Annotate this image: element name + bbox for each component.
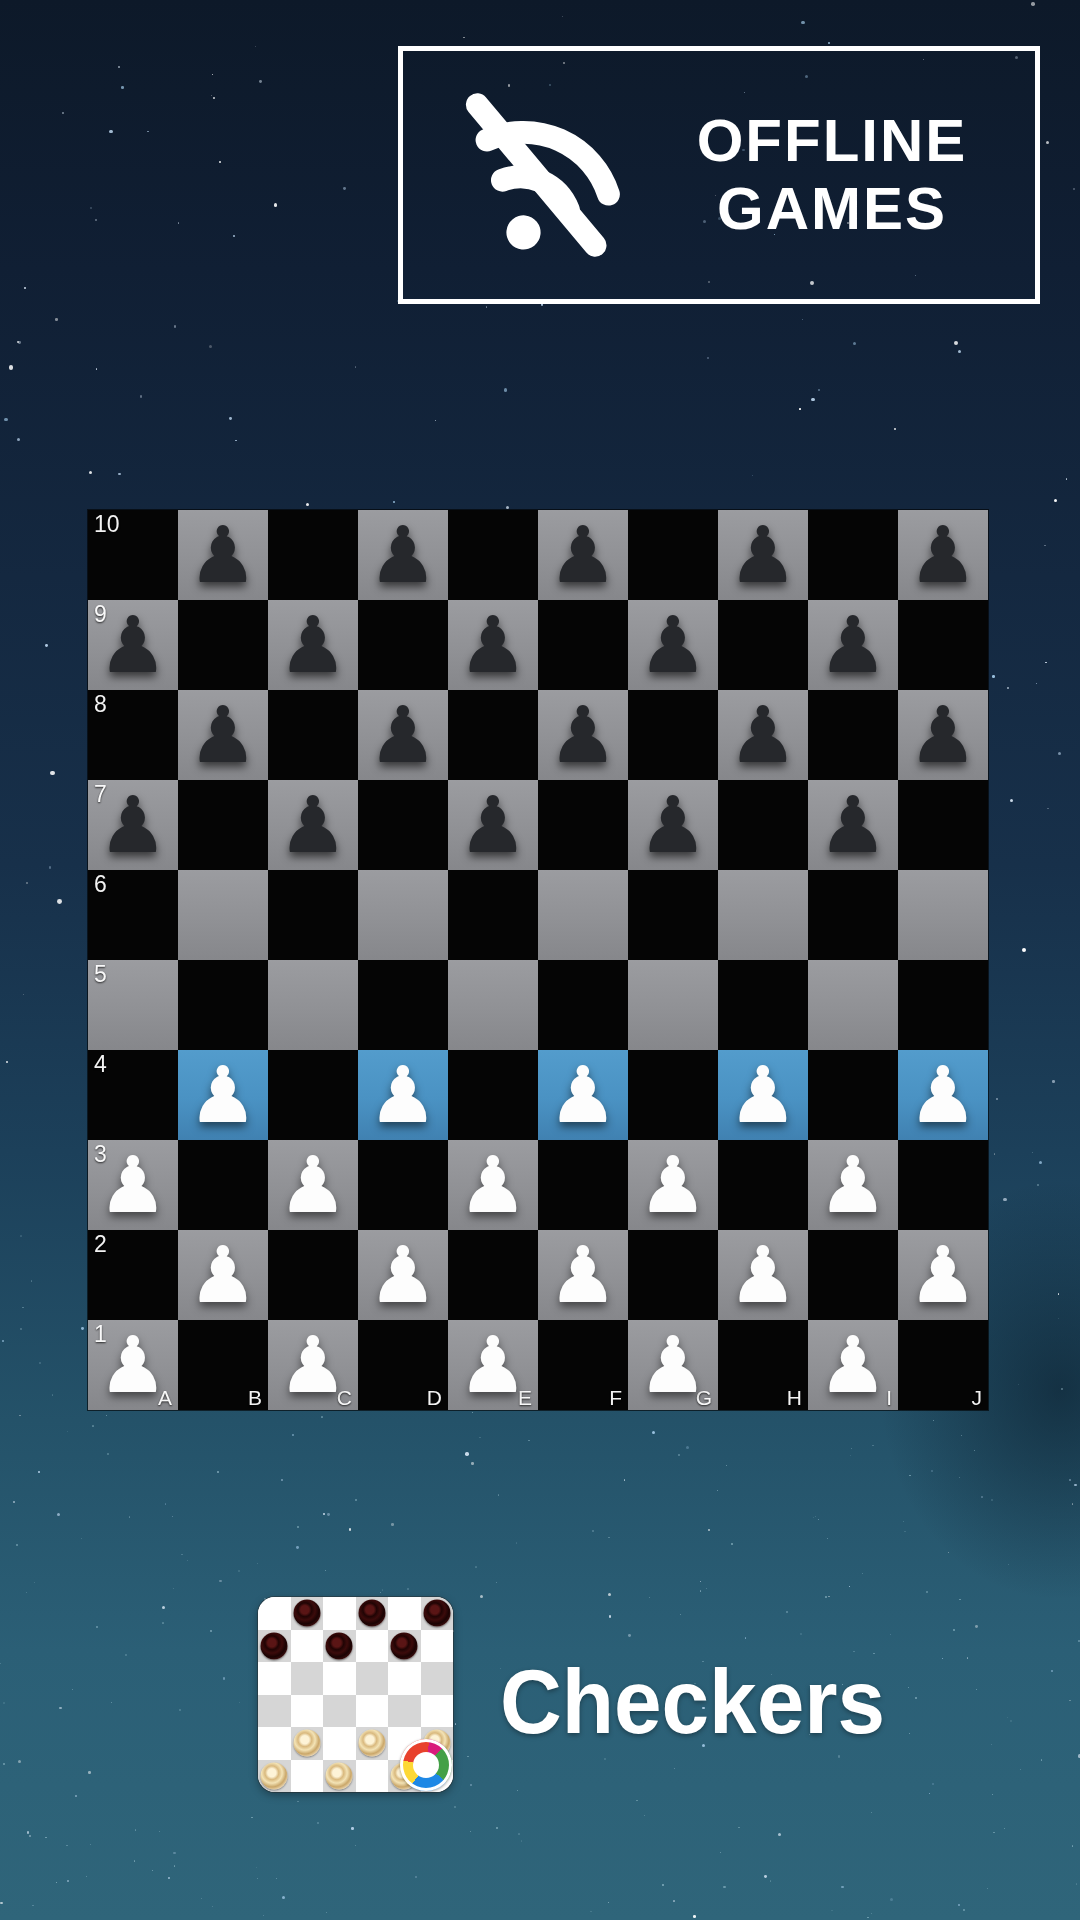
square-F3[interactable] bbox=[538, 1140, 628, 1230]
developer-ring-logo bbox=[400, 1739, 452, 1791]
square-G5[interactable] bbox=[628, 960, 718, 1050]
star bbox=[296, 1546, 299, 1549]
square-C1[interactable]: C♟ bbox=[268, 1320, 358, 1410]
star bbox=[708, 1529, 710, 1531]
checkers-app-icon[interactable] bbox=[258, 1597, 453, 1792]
star bbox=[467, 1756, 469, 1758]
white-man-J2: ♟ bbox=[908, 1230, 978, 1320]
square-A6[interactable]: 6 bbox=[88, 870, 178, 960]
square-H10[interactable]: ♟ bbox=[718, 510, 808, 600]
star bbox=[516, 1542, 517, 1543]
icon-square bbox=[323, 1727, 356, 1760]
star bbox=[871, 1812, 872, 1813]
square-I3[interactable]: ♟ bbox=[808, 1140, 898, 1230]
icon-square bbox=[421, 1630, 454, 1663]
star bbox=[281, 1479, 283, 1481]
square-J4[interactable]: ♟ bbox=[898, 1050, 988, 1140]
black-man-E7: ♟ bbox=[458, 780, 528, 870]
star bbox=[745, 1637, 747, 1639]
star bbox=[1058, 752, 1061, 755]
square-C6[interactable] bbox=[268, 870, 358, 960]
icon-square bbox=[291, 1760, 324, 1793]
white-man-G3: ♟ bbox=[638, 1140, 708, 1230]
icon-square bbox=[258, 1760, 291, 1793]
star bbox=[850, 1455, 851, 1456]
star bbox=[26, 882, 28, 884]
star bbox=[811, 398, 814, 401]
star bbox=[851, 1448, 852, 1449]
star bbox=[50, 771, 55, 776]
square-J2[interactable]: ♟ bbox=[898, 1230, 988, 1320]
icon-square bbox=[258, 1662, 291, 1695]
star bbox=[256, 1867, 257, 1868]
square-C8[interactable] bbox=[268, 690, 358, 780]
square-H6[interactable] bbox=[718, 870, 808, 960]
star bbox=[351, 1827, 354, 1830]
star bbox=[209, 345, 212, 348]
rank-label-8: 8 bbox=[94, 691, 107, 718]
star bbox=[29, 1835, 31, 1837]
rank-label-5: 5 bbox=[94, 961, 107, 988]
star bbox=[24, 287, 26, 289]
square-F7[interactable] bbox=[538, 780, 628, 870]
star bbox=[178, 222, 180, 224]
star bbox=[257, 1878, 258, 1879]
wifi-off-icon bbox=[445, 80, 635, 270]
star bbox=[95, 219, 97, 221]
star bbox=[106, 1415, 107, 1416]
square-E9[interactable]: ♟ bbox=[448, 600, 538, 690]
square-B10[interactable]: ♟ bbox=[178, 510, 268, 600]
star bbox=[707, 357, 709, 359]
star bbox=[213, 97, 215, 99]
star bbox=[967, 1657, 968, 1658]
star bbox=[111, 1702, 112, 1703]
square-D8[interactable]: ♟ bbox=[358, 690, 448, 780]
star bbox=[159, 1831, 160, 1832]
icon-square bbox=[323, 1662, 356, 1695]
star bbox=[251, 1817, 253, 1819]
square-B5[interactable] bbox=[178, 960, 268, 1050]
file-label-F: F bbox=[609, 1386, 622, 1410]
square-E3[interactable]: ♟ bbox=[448, 1140, 538, 1230]
star bbox=[996, 1098, 999, 1101]
star bbox=[470, 1784, 472, 1786]
star bbox=[801, 21, 804, 24]
star bbox=[81, 1538, 82, 1539]
star bbox=[480, 1595, 483, 1598]
checkers-board: 10♟♟♟♟♟9♟♟♟♟♟8♟♟♟♟♟7♟♟♟♟♟654♟♟♟♟♟3♟♟♟♟♟2… bbox=[88, 510, 988, 1410]
icon-cream-checker bbox=[358, 1730, 385, 1757]
square-E1[interactable]: E♟ bbox=[448, 1320, 538, 1410]
square-D2[interactable]: ♟ bbox=[358, 1230, 448, 1320]
star bbox=[162, 1606, 165, 1609]
black-man-G9: ♟ bbox=[638, 600, 708, 690]
star bbox=[942, 1658, 943, 1659]
star bbox=[915, 1697, 917, 1699]
square-B3[interactable] bbox=[178, 1140, 268, 1230]
square-B8[interactable]: ♟ bbox=[178, 690, 268, 780]
star bbox=[628, 1634, 631, 1637]
star bbox=[867, 1917, 869, 1919]
star bbox=[674, 1768, 675, 1769]
star bbox=[909, 1733, 911, 1735]
star bbox=[1039, 1161, 1042, 1164]
star bbox=[1051, 1670, 1053, 1672]
black-man-J10: ♟ bbox=[908, 510, 978, 600]
square-J3[interactable] bbox=[898, 1140, 988, 1230]
star bbox=[86, 1876, 87, 1877]
star bbox=[992, 1794, 993, 1795]
star bbox=[168, 1877, 170, 1879]
square-C7[interactable]: ♟ bbox=[268, 780, 358, 870]
square-D6[interactable] bbox=[358, 870, 448, 960]
star bbox=[201, 1898, 202, 1899]
icon-square bbox=[356, 1597, 389, 1630]
star bbox=[1058, 1318, 1059, 1319]
file-label-B: B bbox=[248, 1386, 262, 1410]
star bbox=[229, 417, 232, 420]
square-E2[interactable] bbox=[448, 1230, 538, 1320]
star bbox=[349, 1528, 352, 1531]
star bbox=[486, 306, 488, 308]
rank-label-6: 6 bbox=[94, 871, 107, 898]
star bbox=[125, 1654, 127, 1656]
file-label-C: C bbox=[337, 1386, 352, 1410]
square-J6[interactable] bbox=[898, 870, 988, 960]
square-A9[interactable]: 9♟ bbox=[88, 600, 178, 690]
star bbox=[465, 1452, 469, 1456]
icon-square bbox=[356, 1630, 389, 1663]
star bbox=[56, 1882, 57, 1883]
square-A10[interactable]: 10 bbox=[88, 510, 178, 600]
star bbox=[496, 1582, 498, 1584]
square-E5[interactable] bbox=[448, 960, 538, 1050]
star bbox=[1073, 188, 1075, 190]
app-title[interactable]: Checkers bbox=[500, 1652, 885, 1752]
square-J7[interactable] bbox=[898, 780, 988, 870]
star bbox=[517, 1790, 518, 1791]
star bbox=[717, 1490, 718, 1491]
square-A1[interactable]: 1A♟ bbox=[88, 1320, 178, 1410]
rank-label-3: 3 bbox=[94, 1141, 107, 1168]
star bbox=[975, 1625, 978, 1628]
square-F10[interactable]: ♟ bbox=[538, 510, 628, 600]
icon-square bbox=[388, 1630, 421, 1663]
star bbox=[649, 1597, 650, 1598]
star bbox=[890, 1634, 891, 1635]
square-F6[interactable] bbox=[538, 870, 628, 960]
star bbox=[604, 1758, 606, 1760]
star bbox=[3, 1763, 5, 1765]
star bbox=[259, 80, 262, 83]
white-man-A3: ♟ bbox=[98, 1140, 168, 1230]
square-E6[interactable] bbox=[448, 870, 538, 960]
icon-square bbox=[356, 1760, 389, 1793]
star bbox=[34, 1582, 35, 1583]
star bbox=[954, 341, 958, 345]
star bbox=[67, 1880, 69, 1882]
star bbox=[818, 389, 820, 391]
square-J1[interactable]: J bbox=[898, 1320, 988, 1410]
star bbox=[172, 1516, 173, 1517]
square-G6[interactable] bbox=[628, 870, 718, 960]
star bbox=[678, 1454, 680, 1456]
star bbox=[726, 1465, 727, 1466]
star bbox=[96, 1626, 98, 1628]
icon-dark-checker bbox=[423, 1600, 450, 1627]
square-J9[interactable] bbox=[898, 600, 988, 690]
square-I4[interactable] bbox=[808, 1050, 898, 1140]
square-J5[interactable] bbox=[898, 960, 988, 1050]
star bbox=[815, 1516, 816, 1517]
star bbox=[355, 366, 356, 367]
square-H9[interactable] bbox=[718, 600, 808, 690]
star bbox=[1010, 799, 1013, 802]
square-G3[interactable]: ♟ bbox=[628, 1140, 718, 1230]
file-label-I: I bbox=[886, 1386, 892, 1410]
icon-dark-checker bbox=[358, 1600, 385, 1627]
star bbox=[700, 1590, 702, 1592]
square-C5[interactable] bbox=[268, 960, 358, 1050]
white-man-I3: ♟ bbox=[818, 1140, 888, 1230]
square-A7[interactable]: 7♟ bbox=[88, 780, 178, 870]
square-A5[interactable]: 5 bbox=[88, 960, 178, 1050]
star bbox=[974, 1450, 975, 1451]
star bbox=[1032, 1152, 1033, 1153]
square-I2[interactable] bbox=[808, 1230, 898, 1320]
star bbox=[118, 66, 121, 69]
star bbox=[693, 1915, 696, 1918]
star bbox=[27, 1831, 29, 1833]
black-man-G7: ♟ bbox=[638, 780, 708, 870]
star bbox=[173, 1852, 175, 1854]
star bbox=[590, 1911, 592, 1913]
star bbox=[255, 46, 257, 48]
square-B7[interactable] bbox=[178, 780, 268, 870]
square-G7[interactable]: ♟ bbox=[628, 780, 718, 870]
star bbox=[162, 1622, 164, 1624]
rank-label-4: 4 bbox=[94, 1051, 107, 1078]
square-A8[interactable]: 8 bbox=[88, 690, 178, 780]
star bbox=[31, 1280, 32, 1281]
star bbox=[723, 1886, 725, 1888]
star bbox=[147, 131, 149, 133]
square-F4[interactable]: ♟ bbox=[538, 1050, 628, 1140]
square-D10[interactable]: ♟ bbox=[358, 510, 448, 600]
star bbox=[738, 1827, 740, 1829]
star bbox=[825, 1596, 827, 1598]
square-H2[interactable]: ♟ bbox=[718, 1230, 808, 1320]
star bbox=[210, 1630, 212, 1632]
star bbox=[961, 1435, 962, 1436]
square-H3[interactable] bbox=[718, 1140, 808, 1230]
black-man-E9: ♟ bbox=[458, 600, 528, 690]
square-I5[interactable] bbox=[808, 960, 898, 1050]
star bbox=[932, 1783, 934, 1785]
star bbox=[652, 1431, 655, 1434]
square-H7[interactable] bbox=[718, 780, 808, 870]
star bbox=[976, 1689, 977, 1690]
square-E4[interactable] bbox=[448, 1050, 538, 1140]
star bbox=[75, 1795, 77, 1797]
star bbox=[57, 899, 62, 904]
square-F8[interactable]: ♟ bbox=[538, 690, 628, 780]
star bbox=[239, 1702, 240, 1703]
square-G9[interactable]: ♟ bbox=[628, 600, 718, 690]
file-label-A: A bbox=[158, 1386, 172, 1410]
square-D9[interactable] bbox=[358, 600, 448, 690]
icon-square bbox=[323, 1630, 356, 1663]
star bbox=[118, 473, 121, 476]
star bbox=[802, 319, 804, 321]
icon-cream-checker bbox=[293, 1730, 320, 1757]
star bbox=[504, 388, 507, 391]
star bbox=[6, 1061, 8, 1063]
star bbox=[17, 438, 20, 441]
square-F9[interactable] bbox=[538, 600, 628, 690]
star bbox=[1004, 1828, 1005, 1829]
star bbox=[276, 1878, 277, 1879]
star bbox=[382, 1589, 384, 1591]
white-man-D4: ♟ bbox=[368, 1050, 438, 1140]
star bbox=[165, 1503, 166, 1504]
star bbox=[872, 1445, 873, 1446]
icon-square bbox=[388, 1662, 421, 1695]
star bbox=[121, 86, 124, 89]
banner-title-line1: OFFLINE bbox=[697, 107, 968, 175]
star bbox=[958, 1904, 960, 1906]
star bbox=[894, 428, 896, 430]
square-I10[interactable] bbox=[808, 510, 898, 600]
star bbox=[470, 1831, 471, 1832]
square-I8[interactable] bbox=[808, 690, 898, 780]
star bbox=[700, 1581, 701, 1582]
icon-square bbox=[291, 1597, 324, 1630]
square-B6[interactable] bbox=[178, 870, 268, 960]
star bbox=[96, 368, 97, 369]
star bbox=[731, 1543, 733, 1545]
star bbox=[321, 1416, 323, 1418]
black-man-C9: ♟ bbox=[278, 600, 348, 690]
white-man-B4: ♟ bbox=[188, 1050, 258, 1140]
square-I9[interactable]: ♟ bbox=[808, 600, 898, 690]
square-J10[interactable]: ♟ bbox=[898, 510, 988, 600]
white-man-J4: ♟ bbox=[908, 1050, 978, 1140]
star bbox=[764, 1875, 767, 1878]
square-C3[interactable]: ♟ bbox=[268, 1140, 358, 1230]
square-G8[interactable] bbox=[628, 690, 718, 780]
icon-cream-checker bbox=[261, 1762, 288, 1789]
square-E8[interactable] bbox=[448, 690, 538, 780]
black-man-D8: ♟ bbox=[368, 690, 438, 780]
square-E10[interactable] bbox=[448, 510, 538, 600]
star bbox=[770, 1880, 771, 1881]
square-B4[interactable]: ♟ bbox=[178, 1050, 268, 1140]
square-D3[interactable] bbox=[358, 1140, 448, 1230]
square-B1[interactable]: B bbox=[178, 1320, 268, 1410]
square-I7[interactable]: ♟ bbox=[808, 780, 898, 870]
star bbox=[20, 1235, 22, 1237]
star bbox=[391, 1523, 394, 1526]
star bbox=[23, 994, 24, 995]
star bbox=[890, 1898, 893, 1901]
star bbox=[67, 1431, 69, 1433]
square-D7[interactable] bbox=[358, 780, 448, 870]
square-C10[interactable] bbox=[268, 510, 358, 600]
square-D5[interactable] bbox=[358, 960, 448, 1050]
star bbox=[929, 1793, 930, 1794]
square-F1[interactable]: F bbox=[538, 1320, 628, 1410]
star bbox=[862, 1573, 863, 1574]
square-H4[interactable]: ♟ bbox=[718, 1050, 808, 1140]
square-C2[interactable] bbox=[268, 1230, 358, 1320]
square-F2[interactable]: ♟ bbox=[538, 1230, 628, 1320]
star bbox=[992, 675, 994, 677]
square-E7[interactable]: ♟ bbox=[448, 780, 538, 870]
square-A2[interactable]: 2 bbox=[88, 1230, 178, 1320]
star bbox=[4, 418, 7, 421]
square-I6[interactable] bbox=[808, 870, 898, 960]
black-man-I7: ♟ bbox=[818, 780, 888, 870]
square-G1[interactable]: G♟ bbox=[628, 1320, 718, 1410]
star bbox=[673, 1900, 675, 1902]
star bbox=[52, 1394, 54, 1396]
square-B9[interactable] bbox=[178, 600, 268, 690]
star bbox=[608, 1902, 609, 1903]
star bbox=[1044, 545, 1045, 546]
star bbox=[871, 1913, 872, 1914]
star bbox=[1066, 478, 1067, 479]
square-G4[interactable] bbox=[628, 1050, 718, 1140]
star bbox=[81, 1327, 84, 1330]
square-D4[interactable]: ♟ bbox=[358, 1050, 448, 1140]
star bbox=[799, 408, 801, 410]
square-H1[interactable]: H bbox=[718, 1320, 808, 1410]
star bbox=[297, 1526, 299, 1528]
star bbox=[786, 1611, 788, 1613]
square-A4[interactable]: 4 bbox=[88, 1050, 178, 1140]
square-F5[interactable] bbox=[538, 960, 628, 1050]
square-B2[interactable]: ♟ bbox=[178, 1230, 268, 1320]
white-man-H4: ♟ bbox=[728, 1050, 798, 1140]
icon-square bbox=[291, 1630, 324, 1663]
star bbox=[454, 1806, 456, 1808]
star bbox=[19, 1415, 21, 1417]
star bbox=[1052, 1080, 1055, 1083]
icon-square bbox=[421, 1662, 454, 1695]
square-D1[interactable]: D bbox=[358, 1320, 448, 1410]
star bbox=[134, 1860, 135, 1861]
square-G2[interactable] bbox=[628, 1230, 718, 1320]
icon-square bbox=[323, 1760, 356, 1793]
star bbox=[219, 1580, 221, 1582]
square-J8[interactable]: ♟ bbox=[898, 690, 988, 780]
icon-square bbox=[291, 1662, 324, 1695]
square-H8[interactable]: ♟ bbox=[718, 690, 808, 780]
square-H5[interactable] bbox=[718, 960, 808, 1050]
square-I1[interactable]: I♟ bbox=[808, 1320, 898, 1410]
star bbox=[9, 365, 14, 370]
square-C9[interactable]: ♟ bbox=[268, 600, 358, 690]
square-A3[interactable]: 3♟ bbox=[88, 1140, 178, 1230]
square-C4[interactable] bbox=[268, 1050, 358, 1140]
star bbox=[624, 1479, 626, 1481]
star bbox=[475, 1566, 477, 1568]
icon-square bbox=[291, 1695, 324, 1728]
star bbox=[38, 1471, 40, 1473]
square-G10[interactable] bbox=[628, 510, 718, 600]
